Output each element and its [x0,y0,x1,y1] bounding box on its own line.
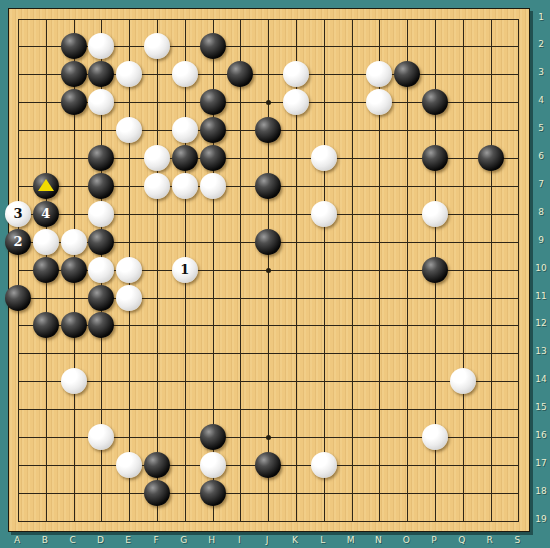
white-stone-E3 [116,61,142,87]
column-label-K: K [285,535,305,545]
black-stone-J5 [255,117,281,143]
black-stone-B7 [33,173,59,199]
white-stone-D8 [88,201,114,227]
row-label-10: 10 [532,263,550,275]
white-stone-A8: 3 [5,201,31,227]
white-stone-L8 [311,201,337,227]
black-stone-B10 [33,257,59,283]
black-stone-C12 [61,312,87,338]
column-label-D: D [90,535,110,545]
black-stone-C3 [61,61,87,87]
white-stone-N3 [366,61,392,87]
column-label-O: O [396,535,416,545]
grid-line-horizontal [18,353,519,354]
grid-line-horizontal [18,521,519,522]
white-stone-P8 [422,201,448,227]
black-stone-B12 [33,312,59,338]
white-stone-G5 [172,117,198,143]
column-label-M: M [341,535,361,545]
row-label-14: 14 [532,374,550,386]
white-stone-E5 [116,117,142,143]
black-stone-H2 [200,33,226,59]
grid-line-vertical [407,19,408,522]
white-stone-K3 [283,61,309,87]
column-label-N: N [368,535,388,545]
row-label-6: 6 [532,151,550,163]
column-label-C: C [63,535,83,545]
grid-line-horizontal [18,409,519,410]
white-stone-D10 [88,257,114,283]
white-stone-N4 [366,89,392,115]
row-label-11: 11 [532,291,550,303]
column-label-B: B [35,535,55,545]
row-label-12: 12 [532,318,550,330]
star-point [266,100,271,105]
black-stone-P6 [422,145,448,171]
grid-line-vertical [491,19,492,522]
black-stone-H5 [200,117,226,143]
column-label-J: J [257,535,277,545]
black-stone-A9: 2 [5,229,31,255]
black-stone-C10 [61,257,87,283]
grid-line-vertical [518,19,519,522]
column-label-S: S [507,535,527,545]
black-stone-D6 [88,145,114,171]
row-label-5: 5 [532,123,550,135]
white-stone-C14 [61,368,87,394]
white-stone-F6 [144,145,170,171]
white-stone-L17 [311,452,337,478]
column-label-G: G [174,535,194,545]
black-stone-B8: 4 [33,201,59,227]
row-label-19: 19 [532,514,550,526]
column-label-E: E [118,535,138,545]
column-label-Q: Q [452,535,472,545]
column-label-L: L [313,535,333,545]
black-stone-H18 [200,480,226,506]
black-stone-F17 [144,452,170,478]
white-stone-H17 [200,452,226,478]
grid-line-horizontal [18,493,519,494]
move-number-label: 4 [33,201,59,227]
row-label-2: 2 [532,39,550,51]
white-stone-D4 [88,89,114,115]
white-stone-D16 [88,424,114,450]
column-label-I: I [229,535,249,545]
black-stone-J7 [255,173,281,199]
row-label-3: 3 [532,67,550,79]
black-stone-I3 [227,61,253,87]
grid-line-vertical [352,19,353,522]
black-stone-P4 [422,89,448,115]
white-stone-E10 [116,257,142,283]
white-stone-G10: 1 [172,257,198,283]
black-stone-P10 [422,257,448,283]
white-stone-Q14 [450,368,476,394]
black-stone-C4 [61,89,87,115]
black-stone-H6 [200,145,226,171]
grid-line-vertical [463,19,464,522]
white-stone-G3 [172,61,198,87]
black-stone-H16 [200,424,226,450]
star-point [266,435,271,440]
black-stone-F18 [144,480,170,506]
black-stone-C2 [61,33,87,59]
grid-line-horizontal [18,381,519,382]
row-label-13: 13 [532,346,550,358]
black-stone-D11 [88,285,114,311]
column-label-H: H [202,535,222,545]
black-stone-G6 [172,145,198,171]
app-canvas: 3421 ABCDEFGHIJKLMNOPQRS 123456789101112… [0,0,550,548]
black-stone-H4 [200,89,226,115]
white-stone-E11 [116,285,142,311]
row-label-7: 7 [532,179,550,191]
column-label-R: R [480,535,500,545]
row-label-8: 8 [532,207,550,219]
white-stone-D2 [88,33,114,59]
black-stone-O3 [394,61,420,87]
move-number-label: 2 [5,229,31,255]
black-stone-J17 [255,452,281,478]
black-stone-A11 [5,285,31,311]
row-label-16: 16 [532,430,550,442]
column-label-F: F [146,535,166,545]
black-stone-J9 [255,229,281,255]
white-stone-B9 [33,229,59,255]
black-stone-D7 [88,173,114,199]
column-label-P: P [424,535,444,545]
white-stone-E17 [116,452,142,478]
row-label-18: 18 [532,486,550,498]
star-point [266,268,271,273]
white-stone-G7 [172,173,198,199]
white-stone-K4 [283,89,309,115]
triangle-marker-icon [38,179,54,191]
white-stone-F2 [144,33,170,59]
row-label-4: 4 [532,95,550,107]
white-stone-C9 [61,229,87,255]
move-number-label: 3 [5,201,31,227]
white-stone-P16 [422,424,448,450]
white-stone-F7 [144,173,170,199]
white-stone-H7 [200,173,226,199]
black-stone-D9 [88,229,114,255]
black-stone-R6 [478,145,504,171]
white-stone-L6 [311,145,337,171]
go-board[interactable]: 3421 [8,8,530,532]
row-label-15: 15 [532,402,550,414]
black-stone-D3 [88,61,114,87]
grid-line-vertical [324,19,325,522]
column-label-A: A [7,535,27,545]
row-label-17: 17 [532,458,550,470]
row-label-1: 1 [532,12,550,24]
black-stone-D12 [88,312,114,338]
move-number-label: 1 [172,257,198,283]
row-label-9: 9 [532,235,550,247]
